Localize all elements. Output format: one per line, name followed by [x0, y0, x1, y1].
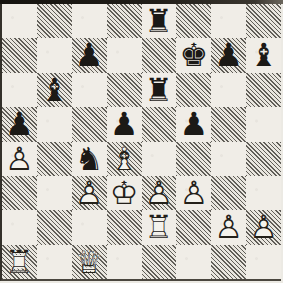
black-piece-glyph: ♟ [72, 38, 107, 72]
black-piece-glyph: ♚ [176, 38, 211, 72]
black-piece-glyph: ♞ [72, 142, 107, 176]
square-d7 [107, 38, 142, 72]
scanned-chess-diagram: ♜♟♚♟♝♝♜♟♟♟♟♙♞♝♗♟♙♚♔♟♙♟♙♜♖♟♙♟♙♜♖♛♕ [0, 0, 283, 283]
square-e2: ♜♖ [142, 210, 177, 244]
black-piece-glyph: ♟ [176, 107, 211, 141]
square-e8: ♜ [142, 4, 177, 38]
square-a7 [2, 38, 37, 72]
white-piece-outline-layer: ♙ [246, 210, 281, 244]
square-g4 [211, 142, 246, 176]
square-d5: ♟ [107, 107, 142, 141]
square-b3 [37, 176, 72, 210]
square-e1 [142, 245, 177, 279]
square-c4: ♞ [72, 142, 107, 176]
white-bishop-d4: ♝♗ [107, 142, 142, 176]
square-a8 [2, 4, 37, 38]
white-piece-outline-layer: ♕ [72, 245, 107, 279]
black-bishop-h7: ♝ [246, 38, 281, 72]
square-c6 [72, 73, 107, 107]
white-piece-outline-layer: ♖ [142, 210, 177, 244]
square-c7: ♟ [72, 38, 107, 72]
square-f8 [176, 4, 211, 38]
square-e3: ♟♙ [142, 176, 177, 210]
square-c3: ♟♙ [72, 176, 107, 210]
black-pawn-a5: ♟ [2, 107, 37, 141]
square-g5 [211, 107, 246, 141]
square-d3: ♚♔ [107, 176, 142, 210]
square-g1 [211, 245, 246, 279]
black-knight-c4: ♞ [72, 142, 107, 176]
black-king-f7: ♚ [176, 38, 211, 72]
square-d6 [107, 73, 142, 107]
white-piece-outline-layer: ♙ [211, 210, 246, 244]
square-e6: ♜ [142, 73, 177, 107]
square-a1: ♜♖ [2, 245, 37, 279]
square-b6: ♝ [37, 73, 72, 107]
black-pawn-f5: ♟ [176, 107, 211, 141]
black-pawn-c7: ♟ [72, 38, 107, 72]
square-f4 [176, 142, 211, 176]
black-bishop-b6: ♝ [37, 73, 72, 107]
square-e5 [142, 107, 177, 141]
square-b8 [37, 4, 72, 38]
square-b7 [37, 38, 72, 72]
black-piece-glyph: ♟ [2, 107, 37, 141]
square-f5: ♟ [176, 107, 211, 141]
black-pawn-g7: ♟ [211, 38, 246, 72]
square-c1: ♛♕ [72, 245, 107, 279]
white-rook-a1: ♜♖ [2, 245, 37, 279]
black-piece-glyph: ♜ [142, 4, 177, 38]
square-b1 [37, 245, 72, 279]
white-piece-outline-layer: ♖ [2, 245, 37, 279]
square-h2: ♟♙ [246, 210, 281, 244]
square-b2 [37, 210, 72, 244]
white-piece-outline-layer: ♙ [2, 142, 37, 176]
square-f7: ♚ [176, 38, 211, 72]
square-d4: ♝♗ [107, 142, 142, 176]
white-pawn-c3: ♟♙ [72, 176, 107, 210]
black-rook-e8: ♜ [142, 4, 177, 38]
square-a4: ♟♙ [2, 142, 37, 176]
square-d1 [107, 245, 142, 279]
white-pawn-g2: ♟♙ [211, 210, 246, 244]
black-piece-glyph: ♟ [211, 38, 246, 72]
square-g6 [211, 73, 246, 107]
chess-board: ♜♟♚♟♝♝♜♟♟♟♟♙♞♝♗♟♙♚♔♟♙♟♙♜♖♟♙♟♙♜♖♛♕ [0, 4, 281, 281]
square-b4 [37, 142, 72, 176]
square-f6 [176, 73, 211, 107]
square-a2 [2, 210, 37, 244]
black-piece-glyph: ♝ [246, 38, 281, 72]
square-c8 [72, 4, 107, 38]
square-h8 [246, 4, 281, 38]
black-rook-e6: ♜ [142, 73, 177, 107]
white-pawn-e3: ♟♙ [142, 176, 177, 210]
white-piece-outline-layer: ♗ [107, 142, 142, 176]
square-d8 [107, 4, 142, 38]
white-queen-c1: ♛♕ [72, 245, 107, 279]
square-h6 [246, 73, 281, 107]
square-h7: ♝ [246, 38, 281, 72]
white-piece-outline-layer: ♙ [72, 176, 107, 210]
square-e4 [142, 142, 177, 176]
white-piece-outline-layer: ♙ [142, 176, 177, 210]
square-h1 [246, 245, 281, 279]
square-h5 [246, 107, 281, 141]
square-e7 [142, 38, 177, 72]
square-a3 [2, 176, 37, 210]
square-f3: ♟♙ [176, 176, 211, 210]
square-f2 [176, 210, 211, 244]
square-c5 [72, 107, 107, 141]
square-h4 [246, 142, 281, 176]
black-piece-glyph: ♜ [142, 73, 177, 107]
white-king-d3: ♚♔ [107, 176, 142, 210]
square-c2 [72, 210, 107, 244]
square-f1 [176, 245, 211, 279]
square-d2 [107, 210, 142, 244]
white-piece-outline-layer: ♙ [176, 176, 211, 210]
square-h3 [246, 176, 281, 210]
black-pawn-d5: ♟ [107, 107, 142, 141]
printed-top-rule [0, 0, 283, 4]
square-g3 [211, 176, 246, 210]
black-piece-glyph: ♟ [107, 107, 142, 141]
square-g8 [211, 4, 246, 38]
white-pawn-f3: ♟♙ [176, 176, 211, 210]
square-g2: ♟♙ [211, 210, 246, 244]
white-rook-e2: ♜♖ [142, 210, 177, 244]
black-piece-glyph: ♝ [37, 73, 72, 107]
white-pawn-h2: ♟♙ [246, 210, 281, 244]
square-b5 [37, 107, 72, 141]
white-piece-outline-layer: ♔ [107, 176, 142, 210]
square-g7: ♟ [211, 38, 246, 72]
square-a6 [2, 73, 37, 107]
square-a5: ♟ [2, 107, 37, 141]
white-pawn-a4: ♟♙ [2, 142, 37, 176]
